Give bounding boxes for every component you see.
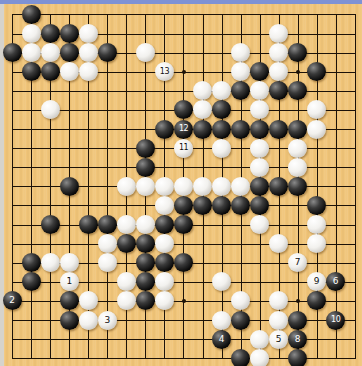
black-stone — [22, 62, 41, 81]
white-stone — [60, 253, 79, 272]
grid-line-vertical — [355, 14, 356, 359]
black-stone — [174, 215, 193, 234]
white-stone — [307, 120, 326, 139]
move-number-label: 1 — [66, 277, 72, 286]
black-stone — [60, 177, 79, 196]
black-stone-move-2: 2 — [3, 291, 22, 310]
black-stone — [307, 196, 326, 215]
black-stone — [250, 196, 269, 215]
white-stone — [250, 139, 269, 158]
white-stone — [155, 177, 174, 196]
black-stone — [136, 253, 155, 272]
white-stone-move-5: 5 — [269, 330, 288, 349]
black-stone — [193, 196, 212, 215]
white-stone — [174, 177, 193, 196]
white-stone — [231, 177, 250, 196]
white-stone-move-3: 3 — [98, 311, 117, 330]
black-stone — [269, 120, 288, 139]
white-stone — [60, 62, 79, 81]
black-stone — [269, 177, 288, 196]
white-stone — [136, 177, 155, 196]
white-stone — [250, 330, 269, 349]
black-stone — [231, 120, 250, 139]
white-stone — [231, 43, 250, 62]
black-stone — [288, 311, 307, 330]
go-board[interactable]: 13121171962310458 — [4, 4, 362, 366]
white-stone — [41, 253, 60, 272]
move-number-label: 3 — [104, 316, 110, 325]
black-stone — [41, 62, 60, 81]
white-stone — [288, 139, 307, 158]
move-number-label: 8 — [295, 335, 301, 344]
white-stone — [250, 158, 269, 177]
black-stone — [231, 196, 250, 215]
move-number-label: 13 — [160, 68, 169, 76]
white-stone-move-11: 11 — [174, 139, 193, 158]
black-stone-move-12: 12 — [174, 120, 193, 139]
black-stone — [212, 120, 231, 139]
move-number-label: 9 — [314, 277, 320, 286]
white-stone — [250, 349, 269, 366]
white-stone — [155, 196, 174, 215]
white-stone — [117, 215, 136, 234]
white-stone — [22, 43, 41, 62]
black-stone — [22, 5, 41, 24]
black-stone — [60, 24, 79, 43]
white-stone — [79, 311, 98, 330]
move-number-label: 4 — [219, 335, 225, 344]
black-stone — [60, 311, 79, 330]
move-number-label: 5 — [276, 335, 282, 344]
grid-line-vertical — [336, 14, 337, 359]
black-stone — [22, 253, 41, 272]
black-stone — [250, 177, 269, 196]
black-stone — [3, 43, 22, 62]
white-stone — [79, 62, 98, 81]
white-stone — [136, 43, 155, 62]
move-number-label: 11 — [179, 144, 188, 152]
black-stone — [155, 120, 174, 139]
white-stone — [212, 177, 231, 196]
black-stone — [136, 158, 155, 177]
white-stone-move-13: 13 — [155, 62, 174, 81]
white-stone — [288, 158, 307, 177]
white-stone — [212, 311, 231, 330]
black-stone — [288, 177, 307, 196]
black-stone — [60, 43, 79, 62]
black-stone — [136, 139, 155, 158]
black-stone — [155, 215, 174, 234]
black-stone — [98, 215, 117, 234]
black-stone — [22, 272, 41, 291]
black-stone — [41, 24, 60, 43]
black-stone — [288, 349, 307, 366]
white-stone — [269, 311, 288, 330]
move-number-label: 10 — [331, 316, 340, 324]
white-stone — [79, 24, 98, 43]
white-stone — [250, 215, 269, 234]
move-number-label: 2 — [9, 296, 15, 305]
white-stone — [155, 234, 174, 253]
black-stone-move-10: 10 — [326, 311, 345, 330]
white-stone — [212, 139, 231, 158]
white-stone — [79, 43, 98, 62]
black-stone — [155, 253, 174, 272]
black-stone — [79, 215, 98, 234]
grid-line-horizontal — [12, 244, 356, 245]
black-stone-move-8: 8 — [288, 330, 307, 349]
white-stone — [98, 234, 117, 253]
go-app-window: 13121171962310458 — [0, 0, 362, 366]
white-stone — [41, 43, 60, 62]
move-number-label: 7 — [295, 258, 301, 267]
black-stone — [98, 43, 117, 62]
black-stone — [288, 120, 307, 139]
black-stone — [193, 120, 212, 139]
white-stone — [98, 253, 117, 272]
white-stone — [193, 177, 212, 196]
black-stone — [117, 234, 136, 253]
white-stone — [269, 24, 288, 43]
black-stone — [136, 234, 155, 253]
white-stone — [117, 177, 136, 196]
black-stone — [231, 349, 250, 366]
move-number-label: 6 — [333, 277, 339, 286]
move-number-label: 12 — [179, 125, 188, 133]
black-stone — [174, 196, 193, 215]
black-stone — [250, 120, 269, 139]
black-stone — [212, 196, 231, 215]
black-stone-move-4: 4 — [212, 330, 231, 349]
white-stone — [136, 215, 155, 234]
black-stone — [41, 215, 60, 234]
white-stone-move-1: 1 — [60, 272, 79, 291]
white-stone — [22, 24, 41, 43]
black-stone — [231, 311, 250, 330]
